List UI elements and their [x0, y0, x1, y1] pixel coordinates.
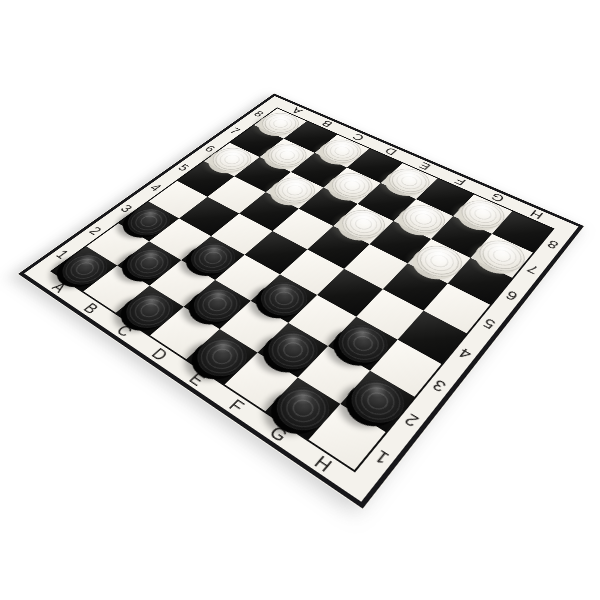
black-piece-c3[interactable] — [182, 237, 244, 280]
photo-canvas: ABCDEFGH ABCDEFGH 87654321 87654321 — [0, 0, 600, 600]
white-piece-f7[interactable] — [394, 199, 453, 238]
black-piece-d2[interactable] — [184, 280, 250, 328]
checkers-board-mat: ABCDEFGH ABCDEFGH 87654321 87654321 — [17, 93, 585, 510]
black-piece-b2[interactable] — [118, 242, 181, 286]
white-piece-e6[interactable] — [334, 204, 393, 244]
black-piece-f2[interactable] — [258, 323, 327, 377]
white-piece-g6[interactable] — [408, 239, 470, 283]
white-piece-c6[interactable] — [266, 172, 323, 208]
black-piece-e3[interactable] — [251, 275, 316, 323]
pieces-layer — [53, 108, 553, 470]
black-piece-g3[interactable] — [329, 317, 397, 370]
white-piece-b7[interactable] — [260, 139, 314, 172]
white-piece-d7[interactable] — [324, 168, 380, 204]
